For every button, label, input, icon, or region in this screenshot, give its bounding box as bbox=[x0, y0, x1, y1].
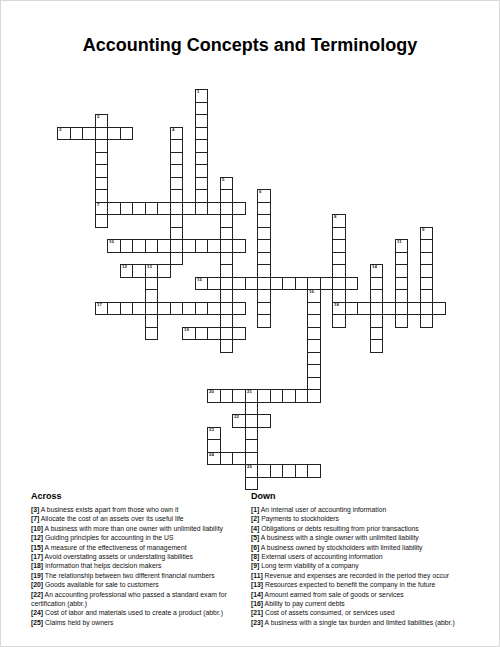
grid-cell[interactable] bbox=[120, 202, 134, 216]
grid-cell[interactable] bbox=[420, 252, 434, 266]
grid-cell[interactable] bbox=[170, 202, 184, 216]
grid-cell[interactable] bbox=[307, 302, 321, 316]
clue-down-23: [23] A business with a single tax burden… bbox=[251, 618, 475, 627]
grid-cell[interactable] bbox=[332, 277, 346, 291]
cell-number: 21 bbox=[247, 390, 252, 394]
grid-cell[interactable] bbox=[220, 389, 234, 403]
grid-cell[interactable] bbox=[382, 302, 396, 316]
grid-cell[interactable] bbox=[145, 314, 159, 328]
grid-cell[interactable] bbox=[95, 127, 109, 141]
grid-cell[interactable] bbox=[170, 164, 184, 178]
clue-across-3: [3] A business exists apart from those w… bbox=[31, 505, 247, 514]
cell-number: 24 bbox=[209, 453, 214, 457]
grid-cell[interactable]: 17 bbox=[95, 302, 109, 316]
clue-across-25: [25] Claims held by owners bbox=[31, 618, 247, 627]
grid-cell[interactable] bbox=[157, 202, 171, 216]
grid-cell[interactable] bbox=[145, 202, 159, 216]
grid-cell[interactable] bbox=[420, 314, 434, 328]
down-header: Down bbox=[251, 491, 475, 501]
grid-cell[interactable] bbox=[257, 389, 271, 403]
grid-cell[interactable] bbox=[257, 314, 271, 328]
grid-cell[interactable] bbox=[207, 439, 221, 453]
grid-cell[interactable] bbox=[395, 302, 409, 316]
grid-cell[interactable] bbox=[245, 427, 259, 441]
grid-cell[interactable] bbox=[370, 339, 384, 353]
grid-cell[interactable] bbox=[220, 314, 234, 328]
grid-cell[interactable] bbox=[307, 389, 321, 403]
grid-cell[interactable] bbox=[282, 277, 296, 291]
grid-cell[interactable] bbox=[420, 277, 434, 291]
grid-cell[interactable] bbox=[132, 264, 146, 278]
grid-cell[interactable] bbox=[370, 314, 384, 328]
grid-cell[interactable] bbox=[95, 164, 109, 178]
grid-cell[interactable] bbox=[120, 239, 134, 253]
cell-number: 6 bbox=[259, 190, 261, 194]
cell-number: 2 bbox=[97, 115, 99, 119]
grid-cell[interactable]: 22 bbox=[232, 414, 246, 428]
grid-cell[interactable] bbox=[332, 289, 346, 303]
grid-cell[interactable] bbox=[132, 302, 146, 316]
grid-cell[interactable] bbox=[332, 239, 346, 253]
grid-cell[interactable] bbox=[257, 227, 271, 241]
grid-cell[interactable] bbox=[232, 239, 246, 253]
grid-cell[interactable]: 6 bbox=[257, 189, 271, 203]
grid-cell[interactable] bbox=[232, 302, 246, 316]
grid-cell[interactable] bbox=[120, 127, 134, 141]
grid-cell[interactable] bbox=[70, 127, 84, 141]
grid-cell[interactable] bbox=[232, 277, 246, 291]
grid-cell[interactable] bbox=[282, 464, 296, 478]
grid-cell[interactable] bbox=[307, 352, 321, 366]
grid-cell[interactable] bbox=[145, 289, 159, 303]
grid-cell[interactable] bbox=[195, 189, 209, 203]
cell-number: 13 bbox=[147, 265, 152, 269]
cell-number: 5 bbox=[222, 178, 224, 182]
grid-cell[interactable] bbox=[145, 277, 159, 291]
cell-number: 11 bbox=[397, 240, 402, 244]
grid-cell[interactable]: 2 bbox=[95, 114, 109, 128]
grid-cell[interactable] bbox=[257, 302, 271, 316]
grid-cell[interactable] bbox=[170, 302, 184, 316]
grid-cell[interactable]: 7 bbox=[95, 202, 109, 216]
grid-cell[interactable] bbox=[182, 202, 196, 216]
grid-cell[interactable] bbox=[170, 214, 184, 228]
clue-across-12: [12] Guiding principles for accounting i… bbox=[31, 533, 247, 542]
cell-number: 10 bbox=[109, 240, 114, 244]
grid-cell[interactable] bbox=[282, 389, 296, 403]
cell-number: 19 bbox=[184, 328, 189, 332]
page-title: Accounting Concepts and Terminology bbox=[1, 35, 499, 56]
grid-cell[interactable] bbox=[357, 302, 371, 316]
grid-cell[interactable] bbox=[132, 239, 146, 253]
grid-cell[interactable] bbox=[307, 277, 321, 291]
clue-across-24: [24] Cost of labor and materials used to… bbox=[31, 608, 247, 617]
grid-cell[interactable] bbox=[157, 302, 171, 316]
grid-cell[interactable] bbox=[107, 127, 121, 141]
grid-cell[interactable] bbox=[420, 264, 434, 278]
grid-cell[interactable]: 1 bbox=[195, 89, 209, 103]
grid-cell[interactable]: 3 bbox=[57, 127, 71, 141]
grid-cell[interactable] bbox=[395, 277, 409, 291]
grid-cell[interactable]: 24 bbox=[207, 452, 221, 466]
grid-cell[interactable] bbox=[220, 339, 234, 353]
grid-cell[interactable]: 18 bbox=[332, 302, 346, 316]
grid-cell[interactable] bbox=[170, 239, 184, 253]
grid-cell[interactable] bbox=[270, 464, 284, 478]
grid-cell[interactable] bbox=[157, 264, 171, 278]
clue-across-22: [22] An accounting professional who pass… bbox=[31, 590, 247, 609]
clue-across-10: [10] A business with more than one owner… bbox=[31, 524, 247, 533]
cell-number: 22 bbox=[234, 415, 239, 419]
cell-number: 8 bbox=[334, 215, 336, 219]
grid-cell[interactable] bbox=[195, 177, 209, 191]
grid-cell[interactable] bbox=[395, 264, 409, 278]
clue-down-2: [2] Payments to stockholders bbox=[251, 514, 475, 523]
clue-across-20: [20] Goods available for sale to custome… bbox=[31, 580, 247, 589]
grid-cell[interactable] bbox=[432, 302, 446, 316]
grid-cell[interactable]: 21 bbox=[245, 389, 259, 403]
grid-cell[interactable] bbox=[257, 464, 271, 478]
grid-cell[interactable] bbox=[95, 139, 109, 153]
grid-cell[interactable] bbox=[95, 152, 109, 166]
grid-cell[interactable] bbox=[95, 177, 109, 191]
grid-cell[interactable] bbox=[195, 152, 209, 166]
clue-down-14: [14] Amount earned from sale of goods or… bbox=[251, 590, 475, 599]
clue-across-17: [17] Avoid overstating assets or underst… bbox=[31, 552, 247, 561]
grid-cell[interactable] bbox=[220, 302, 234, 316]
grid-cell[interactable]: 14 bbox=[370, 264, 384, 278]
grid-cell[interactable] bbox=[370, 327, 384, 341]
grid-cell[interactable] bbox=[195, 102, 209, 116]
grid-cell[interactable] bbox=[195, 202, 209, 216]
clue-across-18: [18] Information that helps decision mak… bbox=[31, 561, 247, 570]
grid-cell[interactable] bbox=[257, 289, 271, 303]
clue-down-11: [11] Revenue and expenses are recorded i… bbox=[251, 571, 475, 580]
grid-cell[interactable]: 23 bbox=[207, 427, 221, 441]
grid-cell[interactable] bbox=[220, 289, 234, 303]
down-clue-list: Down [1] An internal user of accounting … bbox=[251, 491, 475, 627]
grid-cell[interactable] bbox=[370, 277, 384, 291]
grid-cell[interactable] bbox=[207, 327, 221, 341]
grid-cell[interactable] bbox=[257, 202, 271, 216]
cell-number: 12 bbox=[122, 265, 127, 269]
grid-cell[interactable] bbox=[370, 302, 384, 316]
grid-cell[interactable] bbox=[257, 414, 271, 428]
grid-cell[interactable] bbox=[145, 239, 159, 253]
grid-cell[interactable] bbox=[307, 339, 321, 353]
grid-cell[interactable] bbox=[420, 239, 434, 253]
grid-cell[interactable] bbox=[245, 402, 259, 416]
grid-cell[interactable] bbox=[332, 314, 346, 328]
clue-down-1: [1] An internal user of accounting infor… bbox=[251, 505, 475, 514]
grid-cell[interactable] bbox=[307, 364, 321, 378]
grid-cell[interactable] bbox=[207, 302, 221, 316]
grid-cell[interactable] bbox=[195, 114, 209, 128]
grid-cell[interactable] bbox=[420, 289, 434, 303]
grid-cell[interactable] bbox=[157, 239, 171, 253]
clue-across-19: [19] The relationship between two differ… bbox=[31, 571, 247, 580]
grid-cell[interactable] bbox=[195, 327, 209, 341]
clue-across-7: [7] Allocate the cost of an assets over … bbox=[31, 514, 247, 523]
grid-cell[interactable] bbox=[182, 239, 196, 253]
grid-cell[interactable] bbox=[195, 239, 209, 253]
grid-cell[interactable] bbox=[220, 277, 234, 291]
grid-cell[interactable] bbox=[195, 139, 209, 153]
across-header: Across bbox=[31, 491, 247, 501]
grid-cell[interactable] bbox=[307, 314, 321, 328]
cell-number: 25 bbox=[247, 465, 252, 469]
grid-cell[interactable]: 9 bbox=[420, 227, 434, 241]
grid-cell[interactable] bbox=[107, 302, 121, 316]
clue-down-5: [5] A business with a single owner with … bbox=[251, 533, 475, 542]
cell-number: 20 bbox=[209, 390, 214, 394]
grid-cell[interactable] bbox=[307, 377, 321, 391]
grid-cell[interactable] bbox=[220, 189, 234, 203]
grid-cell[interactable]: 20 bbox=[207, 389, 221, 403]
grid-cell[interactable] bbox=[307, 327, 321, 341]
grid-cell[interactable] bbox=[395, 314, 409, 328]
cell-number: 9 bbox=[422, 228, 424, 232]
grid-cell[interactable] bbox=[370, 289, 384, 303]
down-items: [1] An internal user of accounting infor… bbox=[251, 505, 475, 627]
grid-cell[interactable] bbox=[220, 252, 234, 266]
cell-number: 23 bbox=[209, 428, 214, 432]
grid-cell[interactable] bbox=[132, 202, 146, 216]
across-items: [3] A business exists apart from those w… bbox=[31, 505, 247, 627]
grid-cell[interactable] bbox=[220, 202, 234, 216]
grid-cell[interactable] bbox=[170, 177, 184, 191]
grid-cell[interactable] bbox=[195, 127, 209, 141]
grid-cell[interactable] bbox=[257, 277, 271, 291]
grid-cell[interactable] bbox=[345, 302, 359, 316]
cell-number: 7 bbox=[97, 203, 99, 207]
grid-cell[interactable] bbox=[295, 389, 309, 403]
grid-cell[interactable] bbox=[207, 277, 221, 291]
clue-down-4: [4] Obligations or debts resulting from … bbox=[251, 524, 475, 533]
grid-cell[interactable]: 13 bbox=[145, 264, 159, 278]
grid-cell[interactable] bbox=[245, 452, 259, 466]
cell-number: 14 bbox=[372, 265, 377, 269]
clue-down-13: [13] Resources expected to benefit the c… bbox=[251, 580, 475, 589]
clue-down-8: [8] External users of accounting informa… bbox=[251, 552, 475, 561]
clue-down-6: [6] A business owned by stockholders wit… bbox=[251, 543, 475, 552]
cell-number: 1 bbox=[197, 90, 199, 94]
grid-cell[interactable] bbox=[270, 389, 284, 403]
grid-cell[interactable]: 19 bbox=[182, 327, 196, 341]
grid-cell[interactable] bbox=[270, 277, 284, 291]
grid-cell[interactable] bbox=[257, 214, 271, 228]
grid-cell[interactable] bbox=[170, 252, 184, 266]
grid-cell[interactable] bbox=[220, 239, 234, 253]
grid-cell[interactable] bbox=[220, 452, 234, 466]
grid-cell[interactable] bbox=[245, 277, 259, 291]
grid-cell[interactable] bbox=[332, 227, 346, 241]
grid-cell[interactable] bbox=[232, 452, 246, 466]
grid-cell[interactable] bbox=[95, 214, 109, 228]
grid-cell[interactable] bbox=[195, 164, 209, 178]
cell-number: 4 bbox=[172, 128, 174, 132]
clue-down-16: [16] Ability to pay current debts bbox=[251, 599, 475, 608]
grid-cell[interactable] bbox=[207, 202, 221, 216]
grid-cell[interactable] bbox=[245, 439, 259, 453]
grid-cell[interactable] bbox=[407, 302, 421, 316]
grid-cell[interactable] bbox=[332, 252, 346, 266]
grid-cell[interactable] bbox=[232, 389, 246, 403]
grid-cell[interactable] bbox=[420, 302, 434, 316]
cell-number: 3 bbox=[59, 128, 61, 132]
grid-cell[interactable] bbox=[245, 414, 259, 428]
grid-cell[interactable]: 11 bbox=[395, 239, 409, 253]
grid-cell[interactable] bbox=[232, 202, 246, 216]
grid-cell[interactable]: 16 bbox=[307, 289, 321, 303]
grid-cell[interactable] bbox=[257, 252, 271, 266]
grid-cell[interactable] bbox=[107, 202, 121, 216]
grid-cell[interactable] bbox=[220, 227, 234, 241]
grid-cell[interactable] bbox=[145, 327, 159, 341]
grid-cell[interactable]: 4 bbox=[170, 127, 184, 141]
across-clue-list: Across [3] A business exists apart from … bbox=[31, 491, 247, 627]
grid-cell[interactable] bbox=[170, 227, 184, 241]
grid-cell[interactable] bbox=[207, 239, 221, 253]
grid-cell[interactable] bbox=[320, 277, 334, 291]
grid-cell[interactable] bbox=[220, 214, 234, 228]
grid-cell[interactable] bbox=[395, 252, 409, 266]
grid-cell[interactable] bbox=[170, 189, 184, 203]
grid-cell[interactable] bbox=[232, 327, 246, 341]
grid-cell[interactable] bbox=[395, 289, 409, 303]
grid-cell[interactable] bbox=[145, 302, 159, 316]
grid-cell[interactable]: 25 bbox=[245, 464, 259, 478]
grid-cell[interactable] bbox=[220, 264, 234, 278]
grid-cell[interactable] bbox=[220, 327, 234, 341]
grid-cell[interactable]: 15 bbox=[195, 277, 209, 291]
clue-down-9: [9] Long term viability of a company bbox=[251, 561, 475, 570]
clue-across-15: [15] A measure of the effectiveness of m… bbox=[31, 543, 247, 552]
grid-cell[interactable] bbox=[332, 264, 346, 278]
grid-cell[interactable] bbox=[120, 302, 134, 316]
grid-cell[interactable] bbox=[195, 302, 209, 316]
grid-cell[interactable] bbox=[245, 477, 259, 491]
grid-cell[interactable]: 8 bbox=[332, 214, 346, 228]
grid-cell[interactable] bbox=[182, 302, 196, 316]
grid-cell[interactable] bbox=[170, 152, 184, 166]
grid-cell[interactable] bbox=[307, 464, 321, 478]
grid-cell[interactable]: 10 bbox=[107, 239, 121, 253]
cell-number: 18 bbox=[334, 303, 339, 307]
puzzle-page: Accounting Concepts and Terminology 1273… bbox=[0, 0, 500, 647]
grid-cell[interactable] bbox=[257, 264, 271, 278]
grid-cell[interactable] bbox=[170, 139, 184, 153]
grid-cell[interactable] bbox=[82, 127, 96, 141]
grid-cell[interactable] bbox=[95, 189, 109, 203]
cell-number: 16 bbox=[309, 290, 314, 294]
grid-cell[interactable]: 12 bbox=[120, 264, 134, 278]
grid-cell[interactable] bbox=[295, 277, 309, 291]
clue-down-21: [21] Cost of assets consumed, or service… bbox=[251, 608, 475, 617]
cell-number: 15 bbox=[197, 278, 202, 282]
grid-cell[interactable] bbox=[257, 239, 271, 253]
grid-cell[interactable]: 5 bbox=[220, 177, 234, 191]
cell-number: 17 bbox=[97, 303, 102, 307]
grid-cell[interactable] bbox=[345, 277, 359, 291]
grid-cell[interactable] bbox=[295, 464, 309, 478]
